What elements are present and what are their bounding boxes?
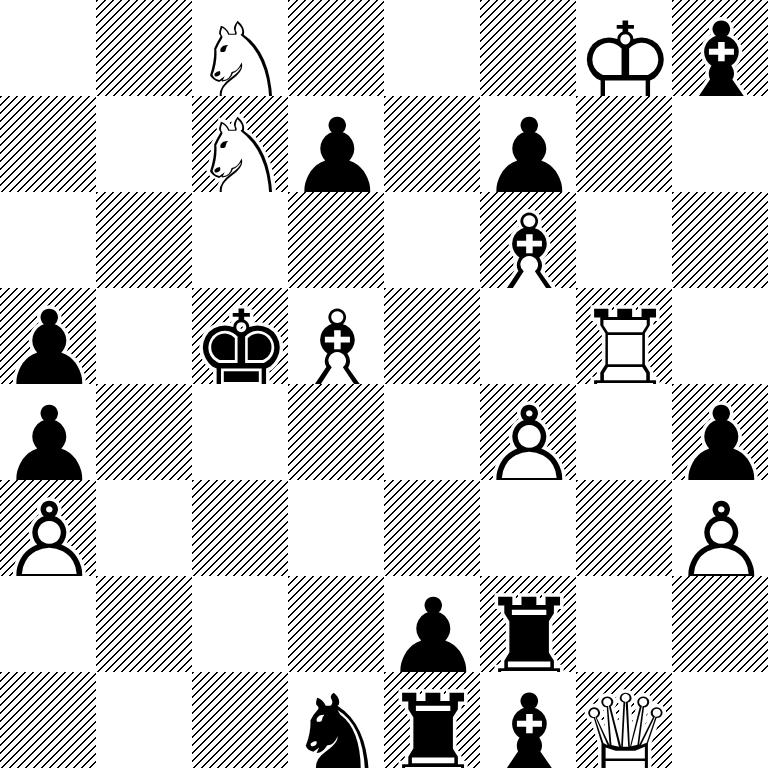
- square-a4[interactable]: ♟♟: [0, 384, 96, 480]
- square-h3[interactable]: ♟♙: [672, 480, 768, 576]
- piece-black-pawn[interactable]: ♟♟: [0, 288, 96, 384]
- piece-black-rook[interactable]: ♜♜: [384, 672, 480, 768]
- square-d2[interactable]: [288, 576, 384, 672]
- square-c4[interactable]: [192, 384, 288, 480]
- square-g5[interactable]: ♜♖: [576, 288, 672, 384]
- square-b1[interactable]: [96, 672, 192, 768]
- square-f6[interactable]: ♝♗: [480, 192, 576, 288]
- square-d5[interactable]: ♝♗: [288, 288, 384, 384]
- square-f2[interactable]: ♜♜: [480, 576, 576, 672]
- square-h4[interactable]: ♟♟: [672, 384, 768, 480]
- piece-white-pawn[interactable]: ♟♙: [672, 480, 768, 576]
- square-b7[interactable]: [96, 96, 192, 192]
- square-b4[interactable]: [96, 384, 192, 480]
- piece-black-bishop[interactable]: ♝♝: [480, 672, 576, 768]
- piece-black-pawn[interactable]: ♟♟: [480, 96, 576, 192]
- square-g3[interactable]: [576, 480, 672, 576]
- square-c2[interactable]: [192, 576, 288, 672]
- square-h5[interactable]: [672, 288, 768, 384]
- piece-white-pawn[interactable]: ♟♙: [0, 480, 96, 576]
- square-d6[interactable]: [288, 192, 384, 288]
- piece-black-pawn[interactable]: ♟♟: [288, 96, 384, 192]
- square-g6[interactable]: [576, 192, 672, 288]
- square-g1[interactable]: ♛♕: [576, 672, 672, 768]
- square-b5[interactable]: [96, 288, 192, 384]
- square-d7[interactable]: ♟♟: [288, 96, 384, 192]
- square-g7[interactable]: [576, 96, 672, 192]
- square-a6[interactable]: [0, 192, 96, 288]
- piece-black-bishop[interactable]: ♝♝: [672, 0, 768, 96]
- piece-black-knight[interactable]: ♞♞: [288, 672, 384, 768]
- piece-white-knight[interactable]: ♞♘: [192, 96, 288, 192]
- square-d1[interactable]: ♞♞: [288, 672, 384, 768]
- square-f4[interactable]: ♟♙: [480, 384, 576, 480]
- piece-black-king[interactable]: ♚♚: [192, 288, 288, 384]
- square-a8[interactable]: [0, 0, 96, 96]
- chess-board: ♞♘♚♔♝♝♞♘♟♟♟♟♝♗♟♟♚♚♝♗♜♖♟♟♟♙♟♟♟♙♟♙♟♟♜♜♞♞♜♜…: [0, 0, 768, 768]
- square-f1[interactable]: ♝♝: [480, 672, 576, 768]
- square-h1[interactable]: [672, 672, 768, 768]
- piece-black-pawn[interactable]: ♟♟: [0, 384, 96, 480]
- piece-black-pawn[interactable]: ♟♟: [384, 576, 480, 672]
- piece-white-king[interactable]: ♚♔: [576, 0, 672, 96]
- square-e4[interactable]: [384, 384, 480, 480]
- square-c5[interactable]: ♚♚: [192, 288, 288, 384]
- square-a7[interactable]: [0, 96, 96, 192]
- square-a3[interactable]: ♟♙: [0, 480, 96, 576]
- piece-black-pawn[interactable]: ♟♟: [672, 384, 768, 480]
- square-c6[interactable]: [192, 192, 288, 288]
- square-c7[interactable]: ♞♘: [192, 96, 288, 192]
- piece-white-knight[interactable]: ♞♘: [192, 0, 288, 96]
- square-h8[interactable]: ♝♝: [672, 0, 768, 96]
- square-a1[interactable]: [0, 672, 96, 768]
- square-g8[interactable]: ♚♔: [576, 0, 672, 96]
- piece-glyph: ♜: [384, 680, 480, 768]
- square-h6[interactable]: [672, 192, 768, 288]
- square-g4[interactable]: [576, 384, 672, 480]
- square-b2[interactable]: [96, 576, 192, 672]
- square-e1[interactable]: ♜♜: [384, 672, 480, 768]
- square-e2[interactable]: ♟♟: [384, 576, 480, 672]
- piece-white-pawn[interactable]: ♟♙: [480, 384, 576, 480]
- piece-white-bishop[interactable]: ♝♗: [480, 192, 576, 288]
- piece-glyph: ♞: [288, 680, 384, 768]
- square-d4[interactable]: [288, 384, 384, 480]
- square-f7[interactable]: ♟♟: [480, 96, 576, 192]
- square-c3[interactable]: [192, 480, 288, 576]
- square-f8[interactable]: [480, 0, 576, 96]
- square-g2[interactable]: [576, 576, 672, 672]
- square-e3[interactable]: [384, 480, 480, 576]
- square-h2[interactable]: [672, 576, 768, 672]
- piece-black-rook[interactable]: ♜♜: [480, 576, 576, 672]
- square-c8[interactable]: ♞♘: [192, 0, 288, 96]
- square-f3[interactable]: [480, 480, 576, 576]
- square-e6[interactable]: [384, 192, 480, 288]
- square-a2[interactable]: [0, 576, 96, 672]
- square-h7[interactable]: [672, 96, 768, 192]
- square-a5[interactable]: ♟♟: [0, 288, 96, 384]
- square-b6[interactable]: [96, 192, 192, 288]
- square-b8[interactable]: [96, 0, 192, 96]
- piece-glyph: ♕: [576, 680, 672, 768]
- square-b3[interactable]: [96, 480, 192, 576]
- square-e7[interactable]: [384, 96, 480, 192]
- square-d3[interactable]: [288, 480, 384, 576]
- piece-white-rook[interactable]: ♜♖: [576, 288, 672, 384]
- square-f5[interactable]: [480, 288, 576, 384]
- piece-white-queen[interactable]: ♛♕: [576, 672, 672, 768]
- piece-white-bishop[interactable]: ♝♗: [288, 288, 384, 384]
- square-c1[interactable]: [192, 672, 288, 768]
- square-d8[interactable]: [288, 0, 384, 96]
- square-e5[interactable]: [384, 288, 480, 384]
- piece-glyph: ♝: [480, 680, 576, 768]
- square-e8[interactable]: [384, 0, 480, 96]
